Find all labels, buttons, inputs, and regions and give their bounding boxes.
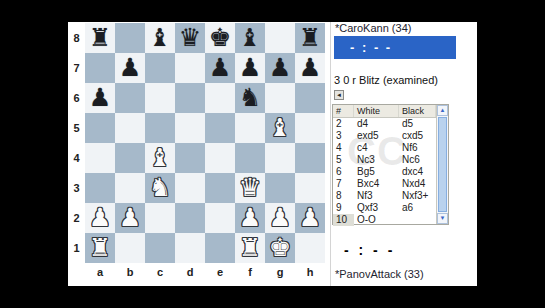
- white-pawn: ♟: [295, 203, 325, 233]
- square-c4[interactable]: ♝: [145, 143, 175, 173]
- black-pawn: ♟: [85, 83, 115, 113]
- square-f1[interactable]: ♜: [235, 233, 265, 263]
- black-queen: ♛: [175, 23, 205, 53]
- black-move[interactable]: dxc4: [399, 166, 436, 178]
- square-b2[interactable]: ♟: [115, 203, 145, 233]
- move-number: 10: [333, 214, 354, 226]
- rank-label-3: 3: [68, 173, 85, 203]
- square-b7[interactable]: ♟: [115, 53, 145, 83]
- square-h8[interactable]: ♜: [295, 23, 325, 53]
- move-row-5[interactable]: 5Nc3Nc6: [333, 154, 448, 166]
- square-g4[interactable]: [265, 143, 295, 173]
- header-move-number: #: [333, 105, 354, 117]
- square-f8[interactable]: ♝: [235, 23, 265, 53]
- file-label-h: h: [295, 263, 325, 284]
- square-e7[interactable]: ♟: [205, 53, 235, 83]
- move-row-2[interactable]: 2d4d5: [333, 118, 448, 130]
- file-label-a: a: [85, 263, 115, 284]
- move-list-header: # White Black: [333, 105, 448, 118]
- white-knight: ♞: [145, 173, 175, 203]
- square-a1[interactable]: ♜: [85, 233, 115, 263]
- move-number: 8: [333, 190, 354, 202]
- square-c3[interactable]: ♞: [145, 173, 175, 203]
- move-row-3[interactable]: 3exd5cxd5: [333, 130, 448, 142]
- move-number: 5: [333, 154, 354, 166]
- square-g7[interactable]: ♟: [265, 53, 295, 83]
- square-f3[interactable]: ♛: [235, 173, 265, 203]
- square-h7[interactable]: ♟: [295, 53, 325, 83]
- black-move[interactable]: a6: [399, 202, 436, 214]
- square-d2[interactable]: [175, 203, 205, 233]
- rank-label-8: 8: [68, 23, 85, 53]
- square-d1[interactable]: [175, 233, 205, 263]
- scroll-up-icon[interactable]: ▲: [437, 105, 448, 116]
- square-b5[interactable]: [115, 113, 145, 143]
- square-b6[interactable]: [115, 83, 145, 113]
- square-g3[interactable]: [265, 173, 295, 203]
- square-f5[interactable]: [235, 113, 265, 143]
- white-move[interactable]: O-O: [354, 214, 399, 226]
- panel-divider: [330, 22, 331, 286]
- white-move[interactable]: Nf3: [354, 190, 399, 202]
- white-king: ♚: [265, 233, 295, 263]
- move-row-4[interactable]: 4c4Nf6: [333, 142, 448, 154]
- square-g6[interactable]: [265, 83, 295, 113]
- square-h5[interactable]: [295, 113, 325, 143]
- rank-label-6: 6: [68, 83, 85, 113]
- square-d7[interactable]: [175, 53, 205, 83]
- move-number: 7: [333, 178, 354, 190]
- white-bishop: ♝: [145, 143, 175, 173]
- white-rook: ♜: [85, 233, 115, 263]
- move-number: 3: [333, 130, 354, 142]
- square-a4[interactable]: [85, 143, 115, 173]
- square-d5[interactable]: [175, 113, 205, 143]
- header-black: Black: [399, 105, 436, 117]
- square-f4[interactable]: [235, 143, 265, 173]
- black-clock: - : - -: [334, 36, 456, 59]
- file-label-f: f: [235, 263, 265, 284]
- white-player-name: *PanovAttack (33): [335, 268, 424, 280]
- move-row-6[interactable]: 6Bg5dxc4: [333, 166, 448, 178]
- square-e5[interactable]: [205, 113, 235, 143]
- black-rook: ♜: [295, 23, 325, 53]
- square-d3[interactable]: [175, 173, 205, 203]
- square-d8[interactable]: ♛: [175, 23, 205, 53]
- black-pawn: ♟: [115, 53, 145, 83]
- file-label-d: d: [175, 263, 205, 284]
- black-move[interactable]: Nxf3+: [399, 190, 436, 202]
- move-number: 9: [333, 202, 354, 214]
- square-a5[interactable]: [85, 113, 115, 143]
- scrollbar-thumb[interactable]: [438, 117, 447, 212]
- rank-label-5: 5: [68, 113, 85, 143]
- scroll-left-button[interactable]: ◄: [334, 90, 344, 100]
- square-a8[interactable]: ♜: [85, 23, 115, 53]
- video-frame: 8♜♝♛♚♝♜7♟♟♟♟♟6♟♞5♝4♝3♞♛2♟♟♟♟♟1♜♜♚abcdefg…: [0, 0, 545, 308]
- header-white: White: [354, 105, 399, 117]
- square-h4[interactable]: [295, 143, 325, 173]
- square-g8[interactable]: [265, 23, 295, 53]
- black-move[interactable]: [399, 214, 436, 226]
- white-pawn: ♟: [265, 203, 295, 233]
- white-queen: ♛: [235, 173, 265, 203]
- square-a3[interactable]: [85, 173, 115, 203]
- white-bishop: ♝: [265, 113, 295, 143]
- white-move[interactable]: Qxf3: [354, 202, 399, 214]
- square-e2[interactable]: [205, 203, 235, 233]
- square-h6[interactable]: [295, 83, 325, 113]
- rank-label-7: 7: [68, 53, 85, 83]
- game-info-label: 3 0 r Blitz (examined): [334, 74, 438, 86]
- black-pawn: ♟: [295, 53, 325, 83]
- square-g5[interactable]: ♝: [265, 113, 295, 143]
- move-number: 2: [333, 118, 354, 130]
- white-pawn: ♟: [235, 203, 265, 233]
- black-king: ♚: [205, 23, 235, 53]
- move-row-7[interactable]: 7Bxc4Nxd4: [333, 178, 448, 190]
- white-move[interactable]: c4: [354, 142, 399, 154]
- square-f2[interactable]: ♟: [235, 203, 265, 233]
- square-b4[interactable]: [115, 143, 145, 173]
- move-row-10[interactable]: 10O-O: [333, 214, 448, 226]
- square-a6[interactable]: ♟: [85, 83, 115, 113]
- square-e6[interactable]: [205, 83, 235, 113]
- black-move[interactable]: d5: [399, 118, 436, 130]
- square-h2[interactable]: ♟: [295, 203, 325, 233]
- white-move[interactable]: d4: [354, 118, 399, 130]
- square-b1[interactable]: [115, 233, 145, 263]
- square-a2[interactable]: ♟: [85, 203, 115, 233]
- white-pawn: ♟: [115, 203, 145, 233]
- white-move[interactable]: exd5: [354, 130, 399, 142]
- file-label-e: e: [205, 263, 235, 284]
- black-bishop: ♝: [145, 23, 175, 53]
- black-move[interactable]: Nf6: [399, 142, 436, 154]
- move-list-body: 2d4d53exd5cxd54c4Nf65Nc3Nc66Bg5dxc47Bxc4…: [333, 118, 448, 226]
- black-move[interactable]: Nxd4: [399, 178, 436, 190]
- white-move[interactable]: Bg5: [354, 166, 399, 178]
- white-move[interactable]: Bxc4: [354, 178, 399, 190]
- black-pawn: ♟: [265, 53, 295, 83]
- file-label-c: c: [145, 263, 175, 284]
- square-c7[interactable]: [145, 53, 175, 83]
- black-knight: ♞: [235, 83, 265, 113]
- move-row-9[interactable]: 9Qxf3a6: [333, 202, 448, 214]
- black-rook: ♜: [85, 23, 115, 53]
- square-c8[interactable]: ♝: [145, 23, 175, 53]
- square-h3[interactable]: [295, 173, 325, 203]
- black-move[interactable]: Nc6: [399, 154, 436, 166]
- file-label-g: g: [265, 263, 295, 284]
- black-player-name: *CaroKann (34): [335, 22, 411, 34]
- chess-board: 8♜♝♛♚♝♜7♟♟♟♟♟6♟♞5♝4♝3♞♛2♟♟♟♟♟1♜♜♚abcdefg…: [68, 23, 325, 284]
- white-pawn: ♟: [85, 203, 115, 233]
- scroll-down-icon[interactable]: ▼: [437, 213, 448, 224]
- square-c1[interactable]: [145, 233, 175, 263]
- move-row-8[interactable]: 8Nf3Nxf3+: [333, 190, 448, 202]
- rank-label-4: 4: [68, 143, 85, 173]
- square-e4[interactable]: [205, 143, 235, 173]
- square-c5[interactable]: [145, 113, 175, 143]
- move-list-scrollbar: ▲ ▼: [436, 105, 448, 224]
- square-e8[interactable]: ♚: [205, 23, 235, 53]
- square-f7[interactable]: ♟: [235, 53, 265, 83]
- square-e1[interactable]: [205, 233, 235, 263]
- square-g1[interactable]: ♚: [265, 233, 295, 263]
- black-move[interactable]: cxd5: [399, 130, 436, 142]
- black-bishop: ♝: [235, 23, 265, 53]
- square-b8[interactable]: [115, 23, 145, 53]
- black-pawn: ♟: [235, 53, 265, 83]
- square-d6[interactable]: [175, 83, 205, 113]
- move-number: 6: [333, 166, 354, 178]
- square-b3[interactable]: [115, 173, 145, 203]
- square-d4[interactable]: [175, 143, 205, 173]
- square-g2[interactable]: ♟: [265, 203, 295, 233]
- black-pawn: ♟: [205, 53, 235, 83]
- move-list: CC # White Black 2d4d53exd5cxd54c4Nf65Nc…: [332, 104, 449, 225]
- rank-label-1: 1: [68, 233, 85, 263]
- square-a7[interactable]: [85, 53, 115, 83]
- board-corner: [68, 263, 85, 284]
- rank-label-2: 2: [68, 203, 85, 233]
- square-f6[interactable]: ♞: [235, 83, 265, 113]
- square-c2[interactable]: [145, 203, 175, 233]
- file-label-b: b: [115, 263, 145, 284]
- move-number: 4: [333, 142, 354, 154]
- white-move[interactable]: Nc3: [354, 154, 399, 166]
- white-rook: ♜: [235, 233, 265, 263]
- square-h1[interactable]: [295, 233, 325, 263]
- square-e3[interactable]: [205, 173, 235, 203]
- white-clock: - : - -: [344, 242, 395, 258]
- chess-app-window: 8♜♝♛♚♝♜7♟♟♟♟♟6♟♞5♝4♝3♞♛2♟♟♟♟♟1♜♜♚abcdefg…: [68, 22, 477, 286]
- square-c6[interactable]: [145, 83, 175, 113]
